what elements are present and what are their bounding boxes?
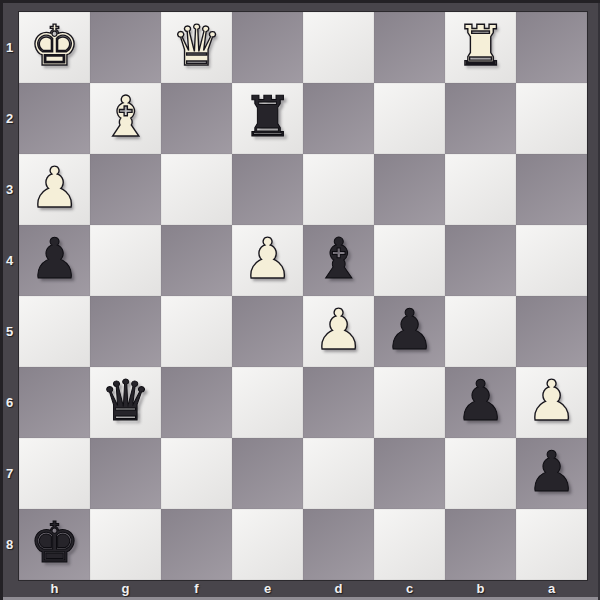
square-c1[interactable] [374, 12, 445, 83]
square-h1[interactable]: ♚ [19, 12, 90, 83]
square-e2[interactable]: ♜ [232, 83, 303, 154]
square-d1[interactable] [303, 12, 374, 83]
square-e4[interactable]: ♟ [232, 225, 303, 296]
square-b5[interactable] [445, 296, 516, 367]
rank-label-3: 3 [0, 154, 19, 225]
square-d4[interactable]: ♝ [303, 225, 374, 296]
rank-labels: 12345678 [0, 12, 19, 580]
file-label-d: d [303, 580, 374, 597]
file-label-f: f [161, 580, 232, 597]
file-label-g: g [90, 580, 161, 597]
square-b8[interactable] [445, 509, 516, 580]
square-h8[interactable]: ♚ [19, 509, 90, 580]
rank-label-5: 5 [0, 296, 19, 367]
square-c6[interactable] [374, 367, 445, 438]
square-g5[interactable] [90, 296, 161, 367]
square-a8[interactable] [516, 509, 587, 580]
square-c2[interactable] [374, 83, 445, 154]
square-b7[interactable] [445, 438, 516, 509]
square-c5[interactable]: ♟ [374, 296, 445, 367]
square-a2[interactable] [516, 83, 587, 154]
square-g6[interactable]: ♛ [90, 367, 161, 438]
square-f5[interactable] [161, 296, 232, 367]
square-d2[interactable] [303, 83, 374, 154]
square-f4[interactable] [161, 225, 232, 296]
file-label-b: b [445, 580, 516, 597]
square-f3[interactable] [161, 154, 232, 225]
rank-label-8: 8 [0, 509, 19, 580]
square-e3[interactable] [232, 154, 303, 225]
board: ♚♛♜♝♜♟♟♟♝♟♟♛♟♟♟♚ [19, 12, 587, 580]
square-g8[interactable] [90, 509, 161, 580]
file-label-e: e [232, 580, 303, 597]
black-king-h8[interactable]: ♚ [29, 507, 79, 578]
square-a7[interactable]: ♟ [516, 438, 587, 509]
square-f7[interactable] [161, 438, 232, 509]
black-pawn-h4[interactable]: ♟ [29, 223, 79, 294]
square-d5[interactable]: ♟ [303, 296, 374, 367]
square-c3[interactable] [374, 154, 445, 225]
square-h2[interactable] [19, 83, 90, 154]
square-g7[interactable] [90, 438, 161, 509]
black-rook-e2[interactable]: ♜ [242, 81, 292, 152]
square-a5[interactable] [516, 296, 587, 367]
square-d3[interactable] [303, 154, 374, 225]
square-a3[interactable] [516, 154, 587, 225]
square-h7[interactable] [19, 438, 90, 509]
square-e6[interactable] [232, 367, 303, 438]
file-label-a: a [516, 580, 587, 597]
white-king-h1[interactable]: ♚ [29, 10, 79, 81]
square-d6[interactable] [303, 367, 374, 438]
rank-label-7: 7 [0, 438, 19, 509]
square-g1[interactable] [90, 12, 161, 83]
square-a4[interactable] [516, 225, 587, 296]
square-f1[interactable]: ♛ [161, 12, 232, 83]
white-pawn-d5[interactable]: ♟ [313, 294, 363, 365]
square-h3[interactable]: ♟ [19, 154, 90, 225]
square-f2[interactable] [161, 83, 232, 154]
square-h5[interactable] [19, 296, 90, 367]
rank-label-1: 1 [0, 12, 19, 83]
rank-label-6: 6 [0, 367, 19, 438]
square-f8[interactable] [161, 509, 232, 580]
file-label-h: h [19, 580, 90, 597]
black-bishop-d4[interactable]: ♝ [313, 223, 363, 294]
square-g4[interactable] [90, 225, 161, 296]
black-queen-g6[interactable]: ♛ [100, 365, 150, 436]
square-c7[interactable] [374, 438, 445, 509]
square-d8[interactable] [303, 509, 374, 580]
square-b4[interactable] [445, 225, 516, 296]
black-pawn-b6[interactable]: ♟ [455, 365, 505, 436]
square-e1[interactable] [232, 12, 303, 83]
square-e8[interactable] [232, 509, 303, 580]
square-b2[interactable] [445, 83, 516, 154]
square-h4[interactable]: ♟ [19, 225, 90, 296]
square-c4[interactable] [374, 225, 445, 296]
square-g3[interactable] [90, 154, 161, 225]
square-f6[interactable] [161, 367, 232, 438]
square-b1[interactable]: ♜ [445, 12, 516, 83]
white-rook-b1[interactable]: ♜ [455, 10, 505, 81]
file-labels: hgfedcba [19, 580, 587, 597]
square-c8[interactable] [374, 509, 445, 580]
white-queen-f1[interactable]: ♛ [171, 10, 221, 81]
square-h6[interactable] [19, 367, 90, 438]
white-pawn-h3[interactable]: ♟ [29, 152, 79, 223]
square-a6[interactable]: ♟ [516, 367, 587, 438]
white-pawn-a6[interactable]: ♟ [526, 365, 576, 436]
file-label-c: c [374, 580, 445, 597]
rank-label-4: 4 [0, 225, 19, 296]
white-pawn-e4[interactable]: ♟ [242, 223, 292, 294]
square-b3[interactable] [445, 154, 516, 225]
rank-label-2: 2 [0, 83, 19, 154]
square-g2[interactable]: ♝ [90, 83, 161, 154]
black-pawn-c5[interactable]: ♟ [384, 294, 434, 365]
black-pawn-a7[interactable]: ♟ [526, 436, 576, 507]
white-bishop-g2[interactable]: ♝ [100, 81, 150, 152]
square-d7[interactable] [303, 438, 374, 509]
square-a1[interactable] [516, 12, 587, 83]
square-e7[interactable] [232, 438, 303, 509]
square-e5[interactable] [232, 296, 303, 367]
chess-board-frame: 12345678 ♚♛♜♝♜♟♟♟♝♟♟♛♟♟♟♚ hgfedcba [0, 0, 600, 600]
square-b6[interactable]: ♟ [445, 367, 516, 438]
